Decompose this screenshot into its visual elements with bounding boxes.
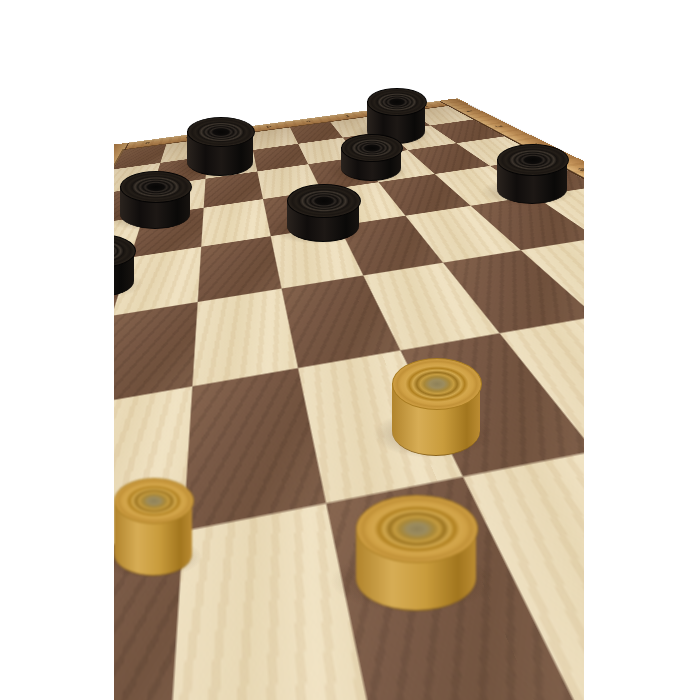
piece-top-rings (356, 495, 478, 563)
natural-checker-piece[interactable]: ⛀ (356, 495, 476, 610)
natural-checker-piece[interactable]: ⛀ (392, 358, 480, 455)
pieces-layer: ⛂⛂⛂⛂⛂⛂⛂⛀⛀⛀ (114, 0, 584, 700)
black-checker-piece[interactable]: ⛂ (287, 184, 359, 241)
black-checker-piece[interactable]: ⛂ (114, 234, 134, 296)
natural-checker-piece[interactable]: ⛀ (114, 478, 192, 575)
black-checker-piece[interactable]: ⛂ (187, 117, 253, 175)
black-checker-piece[interactable]: ⛂ (120, 171, 190, 228)
black-checker-piece[interactable]: ⛂ (341, 134, 401, 180)
black-checker-piece[interactable]: ⛂ (497, 144, 567, 203)
piece-top-rings (392, 358, 482, 410)
photo-crop-area: abcdefgh12345678 ⛂⛂⛂⛂⛂⛂⛂⛀⛀⛀ (114, 0, 584, 700)
product-photo-canvas: abcdefgh12345678 ⛂⛂⛂⛂⛂⛂⛂⛀⛀⛀ (0, 0, 700, 700)
